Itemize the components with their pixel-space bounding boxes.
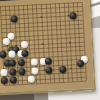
black-stone[interactable]	[0, 77, 7, 84]
black-stone[interactable]	[17, 59, 24, 66]
go-board[interactable]	[0, 0, 95, 96]
black-stone[interactable]	[8, 59, 15, 66]
hoshi-point	[42, 43, 44, 45]
white-stone[interactable]	[31, 58, 38, 65]
white-stone[interactable]	[8, 50, 15, 57]
white-stone[interactable]	[27, 76, 34, 83]
black-stone[interactable]	[9, 77, 16, 84]
go-game-photo	[0, 0, 100, 100]
black-stone[interactable]	[18, 67, 25, 74]
black-stone[interactable]	[77, 60, 84, 67]
black-stone[interactable]	[45, 57, 52, 64]
white-stone[interactable]	[21, 41, 28, 48]
black-stone[interactable]	[21, 50, 28, 57]
black-stone[interactable]	[59, 65, 66, 72]
white-stone[interactable]	[0, 68, 7, 75]
white-stone[interactable]	[3, 37, 10, 44]
hoshi-point	[69, 41, 71, 43]
white-stone[interactable]	[31, 67, 38, 74]
black-stone[interactable]	[9, 68, 16, 75]
black-stone[interactable]	[0, 51, 6, 58]
black-stone[interactable]	[70, 12, 77, 19]
black-stone[interactable]	[11, 15, 18, 22]
black-stone[interactable]	[45, 66, 52, 73]
